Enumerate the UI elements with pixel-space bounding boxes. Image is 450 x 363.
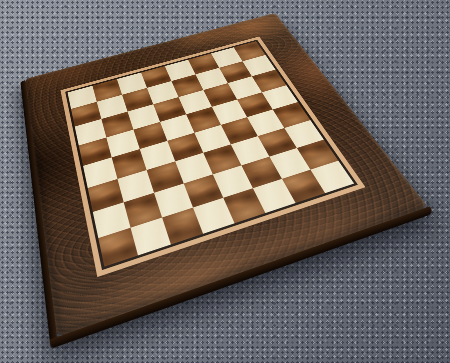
chessboard — [25, 13, 428, 337]
board-field — [68, 41, 355, 266]
black-inlay-line — [65, 40, 358, 270]
board-side-edge-left — [20, 80, 58, 348]
maple-inlay-line — [60, 36, 365, 277]
carpet-background — [0, 0, 450, 363]
